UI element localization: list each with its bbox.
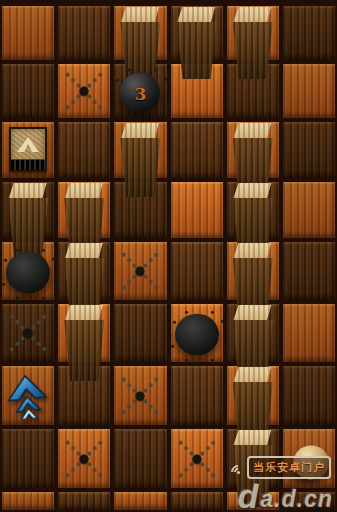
chain-x-mark[interactable]	[58, 64, 110, 118]
square-surface	[2, 429, 54, 488]
pillar-top-face	[177, 7, 217, 22]
pillar-top-face	[64, 305, 104, 320]
arrow-plate-piece[interactable]	[9, 127, 47, 172]
cell-r6-c3[interactable]	[169, 364, 225, 427]
pillar-top-face	[233, 123, 273, 138]
cell-r6-c5[interactable]	[281, 364, 337, 427]
square-surface	[283, 182, 335, 238]
cell-r4-c3[interactable]	[169, 240, 225, 302]
square-surface	[114, 429, 166, 488]
pillar-top-face	[233, 183, 273, 198]
square-surface	[283, 64, 335, 118]
mine-ball	[175, 314, 219, 356]
chain-hub	[136, 391, 145, 400]
square-surface	[58, 492, 110, 510]
square-surface	[283, 6, 335, 60]
cell-r2-c1[interactable]	[56, 120, 112, 180]
pillar-piece[interactable]	[117, 123, 163, 197]
pillar-top-face	[120, 7, 160, 22]
cell-r8-c5[interactable]	[281, 490, 337, 512]
cell-r1-c0[interactable]	[0, 62, 56, 120]
pillar-body	[177, 22, 217, 79]
cell-r3-c0[interactable]	[0, 180, 56, 240]
square-surface	[114, 492, 166, 510]
square-surface	[283, 366, 335, 425]
cell-r2-c3[interactable]	[169, 120, 225, 180]
pillar-top-face	[8, 183, 48, 198]
pillar-top-face	[120, 123, 160, 138]
pillar-top-face	[233, 243, 273, 258]
pillar-piece[interactable]	[230, 7, 276, 79]
pillar-piece[interactable]	[61, 305, 107, 381]
numbered-mine-piece[interactable]: 3	[120, 73, 160, 113]
square-surface	[283, 122, 335, 178]
cell-r8-c0[interactable]	[0, 490, 56, 512]
pillar-body	[120, 22, 160, 79]
pillar-piece[interactable]	[117, 7, 163, 79]
chain-hub	[192, 454, 201, 463]
cell-r0-c1[interactable]	[56, 4, 112, 62]
cell-r3-c1[interactable]	[56, 180, 112, 240]
cell-r7-c2[interactable]	[112, 427, 168, 490]
cell-r0-c0[interactable]	[0, 4, 56, 62]
square-surface	[2, 64, 54, 118]
square-surface	[283, 242, 335, 300]
cell-r3-c5[interactable]	[281, 180, 337, 240]
cell-r2-c5[interactable]	[281, 120, 337, 180]
pillar-top-face	[64, 243, 104, 258]
blue-arrow-piece[interactable]	[5, 372, 50, 422]
cell-r0-c3[interactable]	[169, 4, 225, 62]
cell-r0-c5[interactable]	[281, 4, 337, 62]
chain-x-mark[interactable]	[114, 242, 166, 300]
cell-r8-c3[interactable]	[169, 490, 225, 512]
pillar-top-face	[64, 183, 104, 198]
pillar-body	[8, 198, 48, 257]
square-surface	[171, 122, 223, 178]
mine-piece[interactable]	[175, 314, 219, 356]
cell-r3-c4[interactable]	[225, 180, 281, 240]
game-screen: 3 当乐安卓门户 d a.d.cn	[0, 0, 337, 512]
cell-r0-c4[interactable]	[225, 4, 281, 62]
cell-r4-c4[interactable]	[225, 240, 281, 302]
cell-r7-c4[interactable]	[225, 427, 281, 490]
cell-r5-c2[interactable]	[112, 302, 168, 364]
chain-hub	[136, 267, 145, 276]
cell-r6-c2[interactable]	[112, 364, 168, 427]
chain-x-mark[interactable]	[58, 429, 110, 488]
chain-hub	[80, 87, 89, 96]
square-surface	[171, 242, 223, 300]
pillar-top-face	[233, 7, 273, 22]
pillar-top-face	[233, 430, 273, 445]
mine-count-label: 3	[134, 84, 146, 104]
square-surface	[171, 182, 223, 238]
cell-r7-c3[interactable]	[169, 427, 225, 490]
square-surface	[58, 6, 110, 60]
cell-r4-c1[interactable]	[56, 240, 112, 302]
chain-x-mark[interactable]	[2, 304, 54, 362]
cell-r5-c4[interactable]	[225, 302, 281, 364]
square-surface	[2, 492, 54, 510]
cell-r7-c5[interactable]	[281, 427, 337, 490]
cell-r8-c2[interactable]	[112, 490, 168, 512]
mine-piece[interactable]	[6, 252, 50, 294]
ball-surface	[293, 445, 329, 479]
pillar-top-face	[233, 367, 273, 382]
chain-x-mark[interactable]	[171, 429, 223, 488]
cell-r1-c5[interactable]	[281, 62, 337, 120]
cell-r6-c4[interactable]	[225, 364, 281, 427]
cell-r5-c0[interactable]	[0, 302, 56, 364]
mine-ball	[6, 252, 50, 294]
cell-r2-c4[interactable]	[225, 120, 281, 180]
square-surface	[171, 366, 223, 425]
chain-hub	[80, 454, 89, 463]
square-surface	[58, 122, 110, 178]
pillar-body	[120, 138, 160, 197]
cell-r4-c2[interactable]	[112, 240, 168, 302]
stone-ball-piece[interactable]	[293, 445, 329, 479]
cell-r5-c1[interactable]	[56, 302, 112, 364]
chain-hub	[24, 329, 33, 338]
cell-r2-c0[interactable]	[0, 120, 56, 180]
cell-r1-c1[interactable]	[56, 62, 112, 120]
square-surface	[114, 304, 166, 362]
cell-r5-c5[interactable]	[281, 302, 337, 364]
cell-r6-c0[interactable]	[0, 364, 56, 427]
pillar-body	[233, 445, 273, 507]
cell-r4-c5[interactable]	[281, 240, 337, 302]
plate-tread	[11, 159, 45, 170]
cell-r7-c1[interactable]	[56, 427, 112, 490]
square-surface	[2, 6, 54, 60]
cell-r3-c3[interactable]	[169, 180, 225, 240]
pillar-piece[interactable]	[230, 430, 276, 507]
cell-r0-c2[interactable]	[112, 4, 168, 62]
cell-r2-c2[interactable]	[112, 120, 168, 180]
game-board: 3	[0, 0, 337, 512]
cell-r5-c3[interactable]	[169, 302, 225, 364]
cell-r7-c0[interactable]	[0, 427, 56, 490]
plate-arrow-icon	[17, 137, 39, 152]
chain-x-mark[interactable]	[114, 366, 166, 425]
square-surface	[283, 492, 335, 510]
pillar-piece[interactable]	[174, 7, 220, 79]
pillar-top-face	[233, 305, 273, 320]
square-surface	[171, 492, 223, 510]
square-surface	[283, 304, 335, 362]
cell-r8-c1[interactable]	[56, 490, 112, 512]
pillar-body	[233, 22, 273, 79]
pillar-piece[interactable]	[5, 183, 51, 257]
pillar-body	[64, 320, 104, 381]
